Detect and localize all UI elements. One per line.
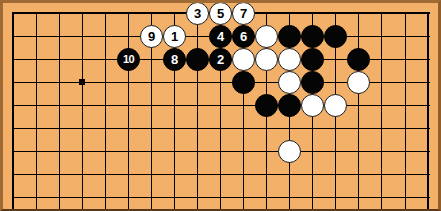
grid-line xyxy=(427,12,429,209)
stone-white xyxy=(324,94,347,117)
go-board: 35791461082 xyxy=(3,3,438,209)
stone-white xyxy=(232,48,255,71)
stone-white xyxy=(255,48,278,71)
stone-black-move-4: 4 xyxy=(209,25,232,48)
stone-black-move-6: 6 xyxy=(232,25,255,48)
stone-black-move-8: 8 xyxy=(163,48,186,71)
stone-black xyxy=(301,25,324,48)
stone-white xyxy=(278,48,301,71)
stone-white xyxy=(301,94,324,117)
stone-number: 9 xyxy=(148,30,155,43)
grid-line xyxy=(82,12,83,209)
grid-line xyxy=(358,12,359,209)
grid-line xyxy=(12,128,430,129)
stone-number: 10 xyxy=(123,54,134,65)
stone-black xyxy=(324,25,347,48)
stone-black xyxy=(232,71,255,94)
stone-white-move-1: 1 xyxy=(163,25,186,48)
stone-number: 4 xyxy=(217,30,224,43)
grid-line xyxy=(197,12,198,209)
grid-line xyxy=(12,197,430,198)
stone-number: 7 xyxy=(240,7,247,20)
stone-number: 1 xyxy=(171,30,178,43)
grid-line xyxy=(105,12,106,209)
grid-line xyxy=(405,12,406,209)
grid-line xyxy=(59,12,60,209)
stone-white-move-5: 5 xyxy=(209,2,232,25)
stone-white-move-9: 9 xyxy=(140,25,163,48)
stone-black xyxy=(301,71,324,94)
star-point xyxy=(79,79,85,85)
stone-black xyxy=(278,94,301,117)
grid-line xyxy=(12,151,430,152)
grid-line xyxy=(36,12,37,209)
grid-line xyxy=(12,105,430,106)
stone-white xyxy=(347,71,370,94)
stone-number: 3 xyxy=(194,7,201,20)
stone-black xyxy=(347,48,370,71)
go-board-diagram: 35791461082 xyxy=(0,0,441,211)
stone-number: 5 xyxy=(217,7,224,20)
stone-number: 2 xyxy=(217,53,224,66)
stone-white-move-3: 3 xyxy=(186,2,209,25)
grid-line xyxy=(12,174,430,175)
stone-black xyxy=(255,94,278,117)
grid-line xyxy=(128,12,129,209)
stone-white xyxy=(278,140,301,163)
stone-white xyxy=(255,25,278,48)
stone-black xyxy=(186,48,209,71)
stone-white-move-7: 7 xyxy=(232,2,255,25)
grid-line xyxy=(12,12,14,209)
stone-black xyxy=(278,25,301,48)
stone-number: 6 xyxy=(240,30,247,43)
grid-line xyxy=(381,12,382,209)
stone-white xyxy=(278,71,301,94)
stone-black xyxy=(301,48,324,71)
stone-black-move-10: 10 xyxy=(117,48,140,71)
stone-number: 8 xyxy=(171,53,178,66)
stone-black-move-2: 2 xyxy=(209,48,232,71)
